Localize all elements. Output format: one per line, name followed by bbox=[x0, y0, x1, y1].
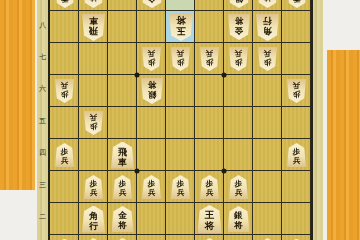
board-cell-1-2[interactable] bbox=[50, 203, 79, 235]
board-cell-1-5[interactable] bbox=[50, 107, 79, 139]
board-cell-7-4[interactable] bbox=[224, 139, 253, 171]
board-cell-5-1[interactable] bbox=[166, 235, 195, 240]
board-cell-9-7[interactable] bbox=[282, 43, 311, 75]
board-cell-9-2[interactable] bbox=[282, 203, 311, 235]
board-cell-8-5[interactable] bbox=[253, 107, 282, 139]
board-cell-2-6[interactable] bbox=[79, 75, 108, 107]
board-cell-3-7[interactable] bbox=[108, 43, 137, 75]
right-wood-panel bbox=[327, 50, 360, 240]
board-right-edge bbox=[312, 0, 323, 240]
board-cell-9-3[interactable] bbox=[282, 171, 311, 203]
board-cell-3-9[interactable] bbox=[108, 0, 137, 11]
board-cell-8-3[interactable] bbox=[253, 171, 282, 203]
board-cell-2-7[interactable] bbox=[79, 43, 108, 75]
left-wood-panel bbox=[0, 0, 35, 190]
board-cell-3-6[interactable] bbox=[108, 75, 137, 107]
board-cell-6-5[interactable] bbox=[195, 107, 224, 139]
board-cell-5-2[interactable] bbox=[166, 203, 195, 235]
board-cell-4-1[interactable] bbox=[137, 235, 166, 240]
board-cell-1-3[interactable] bbox=[50, 171, 79, 203]
board-cell-5-5[interactable] bbox=[166, 107, 195, 139]
board-cell-1-8[interactable] bbox=[50, 11, 79, 43]
star-point bbox=[222, 169, 227, 174]
board-cell-7-6[interactable] bbox=[224, 75, 253, 107]
star-point bbox=[135, 169, 140, 174]
rank-label-二: 二 bbox=[37, 214, 48, 221]
star-point bbox=[222, 73, 227, 78]
board-cell-4-5[interactable] bbox=[137, 107, 166, 139]
rank-label-八: 八 bbox=[37, 22, 48, 29]
board-cell-3-8[interactable] bbox=[108, 11, 137, 43]
board-cell-7-1[interactable] bbox=[224, 235, 253, 240]
board-cell-4-4[interactable] bbox=[137, 139, 166, 171]
board-cell-6-4[interactable] bbox=[195, 139, 224, 171]
board-cell-8-4[interactable] bbox=[253, 139, 282, 171]
board-cell-4-8[interactable] bbox=[137, 11, 166, 43]
board-cell-3-5[interactable] bbox=[108, 107, 137, 139]
rank-label-六: 六 bbox=[37, 86, 48, 93]
rank-label-三: 三 bbox=[37, 182, 48, 189]
board-cell-8-6[interactable] bbox=[253, 75, 282, 107]
board-cell-2-4[interactable] bbox=[79, 139, 108, 171]
board-grid: 香車桂馬銀将金将桂馬香車角行金将玉将飛車歩兵歩兵歩兵歩兵歩兵歩兵銀将歩兵歩兵歩兵… bbox=[48, 0, 313, 240]
board-cell-7-5[interactable] bbox=[224, 107, 253, 139]
board-cell-6-9[interactable] bbox=[195, 0, 224, 11]
board-cell-6-8[interactable] bbox=[195, 11, 224, 43]
board-cell-9-8[interactable] bbox=[282, 11, 311, 43]
board-cell-6-6[interactable] bbox=[195, 75, 224, 107]
board-cell-5-9[interactable] bbox=[166, 0, 195, 11]
rank-label-四: 四 bbox=[37, 150, 48, 157]
rank-label-五: 五 bbox=[37, 118, 48, 125]
shogi-app-screen: 九八七六五四三二一 香車桂馬銀将金将桂馬香車角行金将玉将飛車歩兵歩兵歩兵歩兵歩兵… bbox=[0, 0, 360, 240]
board-cell-1-7[interactable] bbox=[50, 43, 79, 75]
board-cell-4-2[interactable] bbox=[137, 203, 166, 235]
board-cell-9-5[interactable] bbox=[282, 107, 311, 139]
star-point bbox=[135, 73, 140, 78]
rank-label-七: 七 bbox=[37, 54, 48, 61]
board-cell-5-4[interactable] bbox=[166, 139, 195, 171]
board-cell-5-6[interactable] bbox=[166, 75, 195, 107]
board-cell-8-2[interactable] bbox=[253, 203, 282, 235]
